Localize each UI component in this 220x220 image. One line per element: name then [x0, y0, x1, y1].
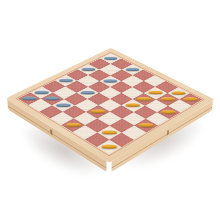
piece-cylinder [34, 91, 49, 96]
piece-top [59, 79, 73, 81]
piece-top [125, 68, 138, 70]
piece-top [104, 79, 118, 81]
piece-cylinder [58, 79, 73, 83]
piece-cylinder [80, 91, 95, 96]
piece-cylinder [171, 91, 186, 96]
piece-cylinder [125, 68, 139, 72]
checkerboard [18, 53, 202, 154]
piece-top [183, 97, 197, 100]
board [5, 48, 214, 163]
piece-top [23, 97, 37, 100]
piece-top [160, 97, 174, 100]
piece-top [80, 91, 94, 93]
scene [0, 0, 220, 220]
piece-top [171, 91, 185, 93]
piece-cylinder [148, 91, 163, 96]
piece-cylinder [103, 79, 118, 83]
piece-cylinder [82, 68, 96, 72]
piece-top [35, 91, 49, 93]
piece-top [104, 57, 117, 59]
piece-top [137, 97, 151, 100]
piece-top [82, 68, 95, 70]
piece-cylinder [104, 57, 118, 61]
photo-stage [0, 0, 220, 220]
piece-top [46, 97, 60, 100]
